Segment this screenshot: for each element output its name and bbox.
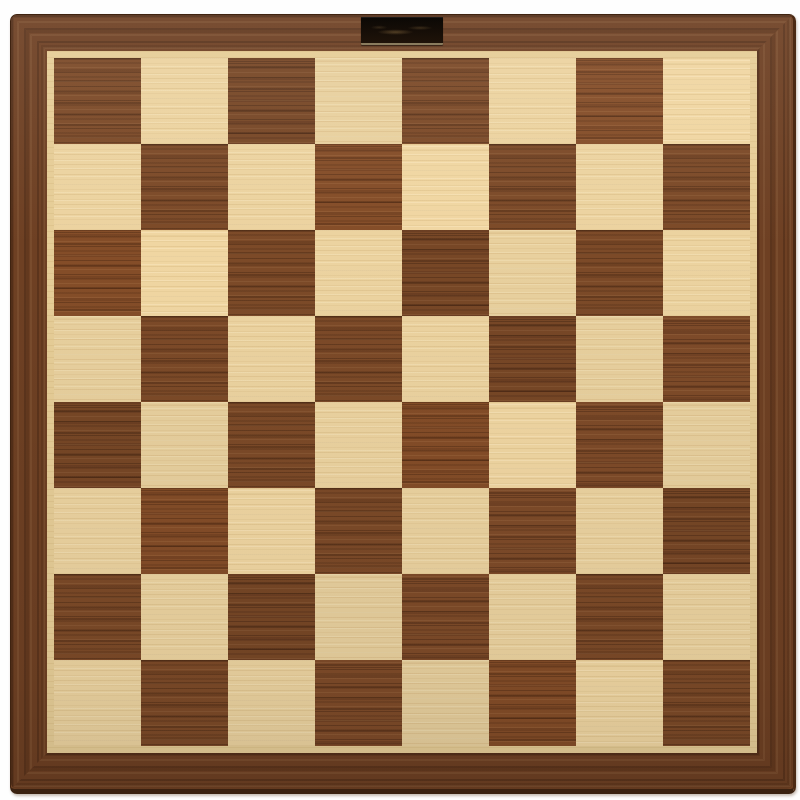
- board-square-r1c6: [489, 58, 576, 144]
- board-square-r3c2: [141, 230, 228, 316]
- board-square-r6c4: [315, 488, 402, 574]
- board-square-r8c3: [228, 660, 315, 746]
- board-square-r1c8: [663, 58, 750, 144]
- board-square-r3c6: [489, 230, 576, 316]
- board-square-r7c2: [141, 574, 228, 660]
- board-photo-background: [0, 0, 800, 800]
- board-square-r3c4: [315, 230, 402, 316]
- board-square-r6c2: [141, 488, 228, 574]
- board-square-r2c3: [228, 144, 315, 230]
- board-square-r5c4: [315, 402, 402, 488]
- board-square-r8c1: [54, 660, 141, 746]
- board-square-r2c4: [315, 144, 402, 230]
- board-square-r1c1: [54, 58, 141, 144]
- board-square-r8c2: [141, 660, 228, 746]
- board-grid: [54, 58, 750, 746]
- board-square-r6c1: [54, 488, 141, 574]
- board-square-r1c5: [402, 58, 489, 144]
- board-square-r4c6: [489, 316, 576, 402]
- board-square-r5c7: [576, 402, 663, 488]
- board-square-r6c5: [402, 488, 489, 574]
- board-square-r2c6: [489, 144, 576, 230]
- board-square-r3c1: [54, 230, 141, 316]
- board-square-r3c5: [402, 230, 489, 316]
- board-square-r6c7: [576, 488, 663, 574]
- board-square-r2c2: [141, 144, 228, 230]
- board-square-r6c6: [489, 488, 576, 574]
- board-square-r1c3: [228, 58, 315, 144]
- board-square-r4c5: [402, 316, 489, 402]
- board-square-r1c7: [576, 58, 663, 144]
- board-square-r2c7: [576, 144, 663, 230]
- board-square-r8c4: [315, 660, 402, 746]
- frame-left-rail: [11, 15, 47, 789]
- board-square-r7c1: [54, 574, 141, 660]
- board-square-r4c7: [576, 316, 663, 402]
- board-square-r7c7: [576, 574, 663, 660]
- board-square-r5c8: [663, 402, 750, 488]
- board-square-r5c6: [489, 402, 576, 488]
- board-square-r2c1: [54, 144, 141, 230]
- board-square-r2c5: [402, 144, 489, 230]
- board-square-r8c7: [576, 660, 663, 746]
- board-square-r3c7: [576, 230, 663, 316]
- board-square-r2c8: [663, 144, 750, 230]
- board-square-r6c3: [228, 488, 315, 574]
- board-square-r6c8: [663, 488, 750, 574]
- board-square-r5c5: [402, 402, 489, 488]
- board-square-r8c6: [489, 660, 576, 746]
- board-square-r5c1: [54, 402, 141, 488]
- frame-bottom-rail: [11, 753, 793, 789]
- board-square-r3c3: [228, 230, 315, 316]
- board-square-r4c4: [315, 316, 402, 402]
- board-square-r7c8: [663, 574, 750, 660]
- board-square-r7c3: [228, 574, 315, 660]
- board-square-r4c8: [663, 316, 750, 402]
- chessboard: [10, 14, 796, 794]
- board-square-r3c8: [663, 230, 750, 316]
- board-square-r4c2: [141, 316, 228, 402]
- board-square-r5c2: [141, 402, 228, 488]
- board-square-r5c3: [228, 402, 315, 488]
- board-square-r7c4: [315, 574, 402, 660]
- nameplate: [361, 17, 443, 45]
- board-square-r4c1: [54, 316, 141, 402]
- frame-right-rail: [757, 15, 793, 789]
- board-square-r1c4: [315, 58, 402, 144]
- maple-inlay-border: [47, 51, 757, 753]
- board-square-r4c3: [228, 316, 315, 402]
- board-square-r7c6: [489, 574, 576, 660]
- board-square-r1c2: [141, 58, 228, 144]
- board-square-r8c5: [402, 660, 489, 746]
- board-square-r8c8: [663, 660, 750, 746]
- board-square-r7c5: [402, 574, 489, 660]
